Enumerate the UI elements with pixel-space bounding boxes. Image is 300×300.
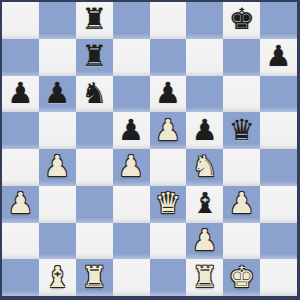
white-queen-icon[interactable]: ♛ [155,186,181,221]
square-b7[interactable] [39,39,76,76]
square-h8[interactable] [260,2,297,39]
black-pawn-icon[interactable]: ♟ [7,76,33,111]
black-rook-icon[interactable]: ♜ [81,39,107,74]
white-king-icon[interactable]: ♚ [229,259,255,294]
square-e5[interactable]: ♟ [150,112,187,149]
square-g1[interactable]: ♚ [223,259,260,296]
white-pawn-icon[interactable]: ♟ [118,149,144,184]
square-b6[interactable]: ♟ [39,76,76,113]
square-f3[interactable]: ♝ [186,186,223,223]
white-pawn-icon[interactable]: ♟ [192,223,218,258]
square-f1[interactable]: ♜ [186,259,223,296]
white-pawn-icon[interactable]: ♟ [155,112,181,147]
black-queen-icon[interactable]: ♛ [229,112,255,147]
square-h4[interactable] [260,149,297,186]
square-g3[interactable]: ♟ [223,186,260,223]
square-c6[interactable]: ♞ [76,76,113,113]
square-d3[interactable] [113,186,150,223]
black-knight-icon[interactable]: ♞ [81,76,107,111]
square-d7[interactable] [113,39,150,76]
black-pawn-icon[interactable]: ♟ [44,76,70,111]
square-g4[interactable] [223,149,260,186]
square-d6[interactable] [113,76,150,113]
square-g8[interactable]: ♚ [223,2,260,39]
square-f6[interactable] [186,76,223,113]
square-b8[interactable] [39,2,76,39]
square-d2[interactable] [113,223,150,260]
white-rook-icon[interactable]: ♜ [81,259,107,294]
square-e4[interactable] [150,149,187,186]
square-a2[interactable] [2,223,39,260]
square-c4[interactable] [76,149,113,186]
square-c3[interactable] [76,186,113,223]
square-c2[interactable] [76,223,113,260]
square-h5[interactable] [260,112,297,149]
square-h3[interactable] [260,186,297,223]
square-h7[interactable]: ♟ [260,39,297,76]
square-h6[interactable] [260,76,297,113]
square-a3[interactable]: ♟ [2,186,39,223]
square-b1[interactable]: ♝ [39,259,76,296]
black-pawn-icon[interactable]: ♟ [118,112,144,147]
square-f5[interactable]: ♟ [186,112,223,149]
square-g6[interactable] [223,76,260,113]
square-c1[interactable]: ♜ [76,259,113,296]
square-d5[interactable]: ♟ [113,112,150,149]
square-a8[interactable] [2,2,39,39]
square-c5[interactable] [76,112,113,149]
square-f8[interactable] [186,2,223,39]
black-bishop-icon[interactable]: ♝ [192,186,218,221]
square-b5[interactable] [39,112,76,149]
white-pawn-icon[interactable]: ♟ [229,186,255,221]
square-e6[interactable]: ♟ [150,76,187,113]
white-bishop-icon[interactable]: ♝ [44,259,70,294]
square-c8[interactable]: ♜ [76,2,113,39]
square-b3[interactable] [39,186,76,223]
white-rook-icon[interactable]: ♜ [192,259,218,294]
black-pawn-icon[interactable]: ♟ [192,112,218,147]
square-g7[interactable] [223,39,260,76]
square-e7[interactable] [150,39,187,76]
square-d4[interactable]: ♟ [113,149,150,186]
black-rook-icon[interactable]: ♜ [81,2,107,37]
white-knight-icon[interactable]: ♞ [192,149,218,184]
square-h2[interactable] [260,223,297,260]
black-king-icon[interactable]: ♚ [229,2,255,37]
chess-board-frame: ♜♚♜♟♟♟♞♟♟♟♟♛♟♟♞♟♛♝♟♟♝♜♜♚ [0,0,300,300]
square-a5[interactable] [2,112,39,149]
square-b2[interactable] [39,223,76,260]
square-e2[interactable] [150,223,187,260]
square-e1[interactable] [150,259,187,296]
black-pawn-icon[interactable]: ♟ [155,76,181,111]
white-pawn-icon[interactable]: ♟ [44,149,70,184]
square-f4[interactable]: ♞ [186,149,223,186]
square-a1[interactable] [2,259,39,296]
square-a7[interactable] [2,39,39,76]
black-pawn-icon[interactable]: ♟ [266,39,292,74]
square-f2[interactable]: ♟ [186,223,223,260]
square-a4[interactable] [2,149,39,186]
square-d1[interactable] [113,259,150,296]
square-g2[interactable] [223,223,260,260]
chess-board: ♜♚♜♟♟♟♞♟♟♟♟♛♟♟♞♟♛♝♟♟♝♜♜♚ [2,2,297,296]
square-c7[interactable]: ♜ [76,39,113,76]
square-h1[interactable] [260,259,297,296]
square-g5[interactable]: ♛ [223,112,260,149]
square-a6[interactable]: ♟ [2,76,39,113]
square-e8[interactable] [150,2,187,39]
square-f7[interactable] [186,39,223,76]
square-b4[interactable]: ♟ [39,149,76,186]
square-d8[interactable] [113,2,150,39]
white-pawn-icon[interactable]: ♟ [7,186,33,221]
square-e3[interactable]: ♛ [150,186,187,223]
